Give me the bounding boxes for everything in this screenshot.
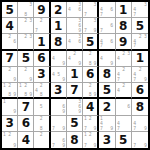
pencil-mark-slot <box>28 28 33 33</box>
pencil-mark-slot: 7 <box>116 126 121 131</box>
pencil-mark-slot <box>88 137 93 142</box>
pencil-mark-slot <box>18 39 23 44</box>
pencil-mark-slot <box>132 2 137 7</box>
cell-r5c1[interactable]: 29 <box>2 67 18 83</box>
pencil-mark-slot: 2 <box>39 18 44 23</box>
pencil-mark-slot <box>12 132 17 137</box>
pencil-mark-slot <box>121 104 126 109</box>
cell-r3c7[interactable]: 467 <box>99 34 115 50</box>
cell-r6c6[interactable]: 289 <box>83 83 99 99</box>
cell-r3c4[interactable]: 8 <box>51 34 67 50</box>
pencil-mark-slot: 1 <box>83 132 88 137</box>
cell-r7c5[interactable]: 369 <box>67 99 83 115</box>
pencil-mark-slot <box>67 28 72 33</box>
cell-r9c2[interactable]: 4 <box>18 132 34 148</box>
pencil-mark-slot <box>72 12 77 17</box>
cell-r5c9[interactable]: 2479 <box>132 67 148 83</box>
pencil-mark-slot <box>34 132 39 137</box>
pencil-mark-slot <box>44 93 49 98</box>
pencil-mark-slot <box>23 77 28 82</box>
pencil-marks: 379 <box>83 18 97 33</box>
pencil-mark-slot <box>93 132 98 137</box>
pencil-mark-slot <box>28 12 33 17</box>
pencil-mark-slot <box>126 88 131 93</box>
pencil-mark-slot <box>61 121 66 126</box>
pencil-mark-slot <box>109 56 114 61</box>
pencil-mark-slot <box>143 132 148 137</box>
given-digit: 5 <box>70 117 78 129</box>
cell-r6c5[interactable]: 7 <box>67 83 83 99</box>
cell-r4c1[interactable]: 7 <box>2 51 18 67</box>
cell-r2c3[interactable]: 27 <box>34 18 50 34</box>
pencil-mark-slot <box>67 2 72 7</box>
cell-r2c4[interactable]: 1 <box>51 18 67 34</box>
cell-r1c8[interactable]: 1 <box>116 2 132 18</box>
pencil-mark-slot <box>116 83 121 88</box>
pencil-mark-slot <box>23 88 28 93</box>
pencil-mark-slot: 7 <box>132 12 137 17</box>
pencil-mark-slot <box>77 44 82 49</box>
given-digit: 2 <box>103 101 111 113</box>
cell-r5c7[interactable]: 8 <box>99 67 115 83</box>
pencil-marks: 248 <box>34 83 48 97</box>
cell-r5c2[interactable]: 29 <box>18 67 34 83</box>
given-digit: 1 <box>136 52 144 64</box>
pencil-mark-slot <box>67 23 72 28</box>
cell-r8c6[interactable]: 1279 <box>83 116 99 132</box>
pencil-mark-slot <box>77 56 82 61</box>
pencil-mark-slot <box>44 18 49 23</box>
cell-r8c1[interactable]: 3 <box>2 116 18 132</box>
cell-r3c9[interactable]: 2347 <box>132 34 148 50</box>
cell-r4c2[interactable]: 5 <box>18 51 34 67</box>
pencil-mark-slot <box>12 99 17 104</box>
pencil-mark-slot <box>56 121 61 126</box>
pencil-mark-slot: 2 <box>23 34 28 39</box>
pencil-marks: 129 <box>2 132 17 148</box>
pencil-mark-slot: 1 <box>2 132 7 137</box>
cell-r4c3[interactable]: 6 <box>34 51 50 67</box>
pencil-marks: 23 <box>18 18 33 33</box>
pencil-mark-slot: 9 <box>12 77 17 82</box>
cell-r7c6[interactable]: 4 <box>83 99 99 115</box>
pencil-mark-slot <box>104 44 109 49</box>
cell-r7c7[interactable]: 2 <box>99 99 115 115</box>
pencil-mark-slot <box>23 28 28 33</box>
pencil-marks: 467 <box>99 2 114 17</box>
pencil-mark-slot <box>39 99 44 104</box>
pencil-mark-slot <box>99 51 104 56</box>
cell-r7c8[interactable]: 6 <box>116 99 132 115</box>
pencil-mark-slot <box>51 51 56 56</box>
pencil-marks: 347 <box>132 2 148 17</box>
pencil-mark-slot: 3 <box>126 51 131 56</box>
pencil-mark-slot: 4 <box>116 88 121 93</box>
given-digit: 3 <box>5 117 13 129</box>
given-digit: 5 <box>103 84 111 96</box>
pencil-mark-slot <box>56 109 61 114</box>
cell-r1c6[interactable]: 37 <box>83 2 99 18</box>
pencil-mark-slot <box>83 93 88 98</box>
pencil-mark-slot <box>104 34 109 39</box>
pencil-marks: 1289 <box>18 83 33 97</box>
cell-r7c4[interactable]: 69 <box>51 99 67 115</box>
pencil-mark-slot: 6 <box>126 104 131 109</box>
given-digit: 6 <box>22 117 30 129</box>
pencil-mark-slot <box>61 116 66 121</box>
cell-r6c8[interactable]: 24 <box>116 83 132 99</box>
cell-r3c2[interactable]: 23 <box>18 34 34 50</box>
pencil-mark-slot <box>83 121 88 126</box>
cell-r3c5[interactable]: 346 <box>67 34 83 50</box>
cell-r7c2[interactable]: 7 <box>18 99 34 115</box>
pencil-marks: 79 <box>132 132 148 148</box>
pencil-mark-slot: 4 <box>51 72 56 77</box>
pencil-mark-slot <box>137 143 142 148</box>
pencil-mark-slot <box>104 51 109 56</box>
pencil-mark-slot <box>28 44 33 49</box>
pencil-mark-slot <box>67 104 72 109</box>
pencil-mark-slot <box>72 18 77 23</box>
pencil-mark-slot <box>67 34 72 39</box>
pencil-mark-slot <box>28 88 33 93</box>
pencil-mark-slot <box>23 7 28 12</box>
cell-r3c6[interactable]: 5 <box>83 34 99 50</box>
pencil-mark-slot <box>44 109 49 114</box>
pencil-mark-slot <box>56 137 61 142</box>
cell-r2c6[interactable]: 379 <box>83 18 99 34</box>
cell-r6c1[interactable]: 1289 <box>2 83 18 99</box>
cell-r9c5[interactable]: 8 <box>67 132 83 148</box>
pencil-mark-slot: 2 <box>39 116 44 121</box>
cell-r9c8[interactable]: 5 <box>116 132 132 148</box>
pencil-mark-slot <box>72 7 77 12</box>
pencil-mark-slot <box>39 109 44 114</box>
pencil-mark-slot <box>116 51 121 56</box>
pencil-mark-slot <box>18 2 23 7</box>
pencil-mark-slot: 8 <box>23 93 28 98</box>
given-digit: 8 <box>119 20 127 32</box>
pencil-marks: 679 <box>51 132 66 148</box>
pencil-mark-slot: 3 <box>77 18 82 23</box>
pencil-mark-slot <box>104 121 109 126</box>
pencil-mark-slot <box>18 23 23 28</box>
pencil-mark-slot <box>121 109 126 114</box>
pencil-mark-slot <box>23 2 28 7</box>
pencil-mark-slot <box>23 23 28 28</box>
pencil-mark-slot: 6 <box>12 39 17 44</box>
pencil-mark-slot <box>137 132 142 137</box>
pencil-mark-slot: 4 <box>34 88 39 93</box>
pencil-mark-slot: 8 <box>39 93 44 98</box>
cell-r8c4[interactable]: 79 <box>51 116 67 132</box>
pencil-mark-slot <box>28 72 33 77</box>
cell-r1c5[interactable]: 346 <box>67 2 83 18</box>
pencil-mark-slot <box>56 67 61 72</box>
pencil-mark-slot <box>109 116 114 121</box>
pencil-mark-slot <box>143 12 148 17</box>
pencil-mark-slot <box>44 132 49 137</box>
cell-r3c1[interactable]: 26 <box>2 34 18 50</box>
pencil-mark-slot <box>126 109 131 114</box>
cell-r1c3[interactable]: 9 <box>34 2 50 18</box>
pencil-marks: 29 <box>2 67 17 82</box>
cell-r2c2[interactable]: 23 <box>18 18 34 34</box>
pencil-mark-slot: 3 <box>77 2 82 7</box>
pencil-mark-slot <box>39 28 44 33</box>
pencil-mark-slot <box>93 7 98 12</box>
pencil-mark-slot <box>126 56 131 61</box>
pencil-mark-slot: 7 <box>51 126 56 131</box>
pencil-marks: 5 <box>34 99 48 114</box>
cell-r1c7[interactable]: 467 <box>99 2 115 18</box>
pencil-mark-slot <box>121 72 126 77</box>
pencil-mark-slot <box>116 61 121 66</box>
pencil-mark-slot: 7 <box>83 143 88 148</box>
pencil-mark-slot <box>121 116 126 121</box>
pencil-mark-slot <box>18 28 23 33</box>
pencil-mark-slot <box>77 12 82 17</box>
cell-r8c2[interactable]: 6 <box>18 116 34 132</box>
pencil-mark-slot <box>2 93 7 98</box>
pencil-mark-slot: 3 <box>77 99 82 104</box>
pencil-mark-slot <box>18 18 23 23</box>
pencil-mark-slot <box>51 104 56 109</box>
pencil-mark-slot <box>132 132 137 137</box>
pencil-mark-slot <box>132 34 137 39</box>
pencil-mark-slot <box>143 116 148 121</box>
cell-r8c3[interactable]: 28 <box>34 116 50 132</box>
pencil-mark-slot <box>7 44 12 49</box>
pencil-marks: 1479 <box>99 116 114 131</box>
pencil-mark-slot <box>126 61 131 66</box>
cell-r7c1[interactable]: 19 <box>2 99 18 115</box>
given-digit: 4 <box>5 20 13 32</box>
given-digit: 6 <box>37 52 45 64</box>
pencil-mark-slot <box>28 83 33 88</box>
pencil-mark-slot <box>34 99 39 104</box>
pencil-mark-slot <box>99 18 104 23</box>
cell-r6c2[interactable]: 1289 <box>18 83 34 99</box>
pencil-mark-slot: 2 <box>72 51 77 56</box>
pencil-mark-slot: 1 <box>99 116 104 121</box>
pencil-mark-slot: 2 <box>39 83 44 88</box>
given-digit: 8 <box>103 68 111 80</box>
pencil-mark-slot <box>83 7 88 12</box>
cell-r2c7[interactable]: 67 <box>99 18 115 34</box>
cell-r6c9[interactable]: 6 <box>132 83 148 99</box>
pencil-marks: 79 <box>51 116 66 131</box>
pencil-mark-slot <box>104 116 109 121</box>
cell-r4c4[interactable]: 49 <box>51 51 67 67</box>
pencil-mark-slot <box>137 72 142 77</box>
pencil-mark-slot <box>18 7 23 12</box>
pencil-mark-slot <box>2 67 7 72</box>
pencil-mark-slot: 3 <box>93 18 98 23</box>
pencil-mark-slot: 5 <box>56 72 61 77</box>
given-digit: 7 <box>5 52 13 64</box>
pencil-mark-slot <box>93 83 98 88</box>
pencil-mark-slot: 2 <box>88 51 93 56</box>
pencil-mark-slot: 2 <box>88 116 93 121</box>
cell-r4c6[interactable]: 289 <box>83 51 99 67</box>
cell-r7c9[interactable]: 8 <box>132 99 148 115</box>
cell-r5c6[interactable]: 6 <box>83 67 99 83</box>
pencil-mark-slot <box>34 83 39 88</box>
cell-r8c9[interactable]: 479 <box>132 116 148 132</box>
pencil-mark-slot <box>2 34 7 39</box>
pencil-mark-slot <box>121 77 126 82</box>
cell-r3c8[interactable]: 9 <box>116 34 132 50</box>
pencil-mark-slot: 9 <box>12 143 17 148</box>
pencil-mark-slot <box>39 121 44 126</box>
cell-r9c6[interactable]: 1279 <box>83 132 99 148</box>
pencil-mark-slot <box>137 7 142 12</box>
pencil-mark-slot <box>83 56 88 61</box>
cell-r4c9[interactable]: 1 <box>132 51 148 67</box>
cell-r8c5[interactable]: 5 <box>67 116 83 132</box>
cell-r2c5[interactable]: 369 <box>67 18 83 34</box>
pencil-mark-slot: 6 <box>77 7 82 12</box>
cell-r1c9[interactable]: 347 <box>132 2 148 18</box>
pencil-mark-slot <box>104 7 109 12</box>
pencil-mark-slot <box>51 121 56 126</box>
pencil-mark-slot <box>143 121 148 126</box>
pencil-mark-slot: 8 <box>7 93 12 98</box>
pencil-mark-slot <box>104 18 109 23</box>
cell-r2c1[interactable]: 4 <box>2 18 18 34</box>
pencil-marks: 24 <box>116 83 131 97</box>
pencil-marks: 49 <box>51 51 66 66</box>
cell-r9c3[interactable]: 2 <box>34 132 50 148</box>
pencil-mark-slot <box>67 44 72 49</box>
pencil-mark-slot: 3 <box>93 2 98 7</box>
pencil-mark-slot <box>137 137 142 142</box>
pencil-mark-slot <box>18 93 23 98</box>
pencil-mark-slot <box>137 126 142 131</box>
cell-r3c3[interactable]: 1 <box>34 34 50 50</box>
cell-r7c3[interactable]: 5 <box>34 99 50 115</box>
pencil-mark-slot <box>34 143 39 148</box>
cell-r2c8[interactable]: 8 <box>116 18 132 34</box>
pencil-mark-slot <box>88 18 93 23</box>
pencil-mark-slot <box>93 116 98 121</box>
pencil-mark-slot <box>126 121 131 126</box>
pencil-mark-slot <box>2 88 7 93</box>
pencil-mark-slot <box>61 72 66 77</box>
given-digit: 1 <box>70 68 78 80</box>
cell-r5c5[interactable]: 1 <box>67 67 83 83</box>
pencil-mark-slot <box>34 23 39 28</box>
pencil-mark-slot <box>104 39 109 44</box>
pencil-mark-slot: 3 <box>143 2 148 7</box>
cell-r4c7[interactable]: 49 <box>99 51 115 67</box>
pencil-mark-slot: 9 <box>109 61 114 66</box>
pencil-mark-slot <box>83 18 88 23</box>
pencil-marks: 2347 <box>132 34 148 48</box>
pencil-marks: 346 <box>67 2 82 17</box>
pencil-mark-slot: 2 <box>7 67 12 72</box>
cell-r9c1[interactable]: 129 <box>2 132 18 148</box>
pencil-mark-slot: 9 <box>61 61 66 66</box>
pencil-mark-slot: 7 <box>34 28 39 33</box>
pencil-marks: 369 <box>67 18 82 33</box>
pencil-mark-slot <box>28 39 33 44</box>
pencil-mark-slot <box>126 93 131 98</box>
pencil-mark-slot <box>56 132 61 137</box>
pencil-mark-slot <box>93 137 98 142</box>
cell-r4c8[interactable]: 234 <box>116 51 132 67</box>
cell-r9c7[interactable]: 3 <box>99 132 115 148</box>
pencil-mark-slot <box>34 18 39 23</box>
cell-r8c7[interactable]: 1479 <box>99 116 115 132</box>
given-digit: 2 <box>54 4 62 16</box>
pencil-mark-slot <box>51 67 56 72</box>
given-digit: 4 <box>86 101 94 113</box>
cell-r2c9[interactable]: 5 <box>132 18 148 34</box>
pencil-mark-slot: 4 <box>51 56 56 61</box>
cell-r1c1[interactable]: 5 <box>2 2 18 18</box>
cell-r6c4[interactable]: 3 <box>51 83 67 99</box>
pencil-mark-slot <box>2 77 7 82</box>
pencil-mark-slot: 2 <box>88 83 93 88</box>
cell-r8c8[interactable]: 47 <box>116 116 132 132</box>
pencil-mark-slot <box>67 12 72 17</box>
pencil-mark-slot: 7 <box>132 126 137 131</box>
cell-r6c7[interactable]: 5 <box>99 83 115 99</box>
pencil-mark-slot: 1 <box>83 116 88 121</box>
pencil-mark-slot <box>121 61 126 66</box>
given-digit: 9 <box>119 36 127 48</box>
cell-r1c4[interactable]: 2 <box>51 2 67 18</box>
pencil-mark-slot: 9 <box>61 143 66 148</box>
pencil-mark-slot <box>137 77 142 82</box>
pencil-mark-slot: 4 <box>67 56 72 61</box>
pencil-mark-slot: 8 <box>88 61 93 66</box>
pencil-mark-slot <box>104 56 109 61</box>
cell-r5c4[interactable]: 459 <box>51 67 67 83</box>
pencil-mark-slot <box>28 23 33 28</box>
pencil-marks: 1289 <box>2 83 17 97</box>
cell-r5c3[interactable]: 3 <box>34 67 50 83</box>
given-digit: 1 <box>37 36 45 48</box>
pencil-marks: 1279 <box>83 116 97 131</box>
pencil-mark-slot: 9 <box>28 77 33 82</box>
cell-r1c2[interactable]: 38 <box>18 2 34 18</box>
pencil-mark-slot: 7 <box>83 12 88 17</box>
cell-r9c4[interactable]: 679 <box>51 132 67 148</box>
pencil-mark-slot <box>93 121 98 126</box>
pencil-mark-slot: 9 <box>77 28 82 33</box>
cell-r4c5[interactable]: 249 <box>67 51 83 67</box>
pencil-mark-slot <box>116 116 121 121</box>
pencil-mark-slot <box>88 12 93 17</box>
cell-r5c8[interactable]: 247 <box>116 67 132 83</box>
cell-r6c3[interactable]: 248 <box>34 83 50 99</box>
pencil-mark-slot: 9 <box>77 109 82 114</box>
pencil-mark-slot: 9 <box>93 93 98 98</box>
pencil-mark-slot <box>44 121 49 126</box>
pencil-marks: 38 <box>18 2 33 17</box>
pencil-mark-slot <box>104 2 109 7</box>
pencil-mark-slot <box>72 39 77 44</box>
pencil-mark-slot <box>88 7 93 12</box>
pencil-mark-slot <box>18 72 23 77</box>
pencil-marks: 289 <box>83 51 97 66</box>
cell-r9c9[interactable]: 79 <box>132 132 148 148</box>
pencil-mark-slot <box>104 61 109 66</box>
pencil-marks: 479 <box>132 116 148 131</box>
